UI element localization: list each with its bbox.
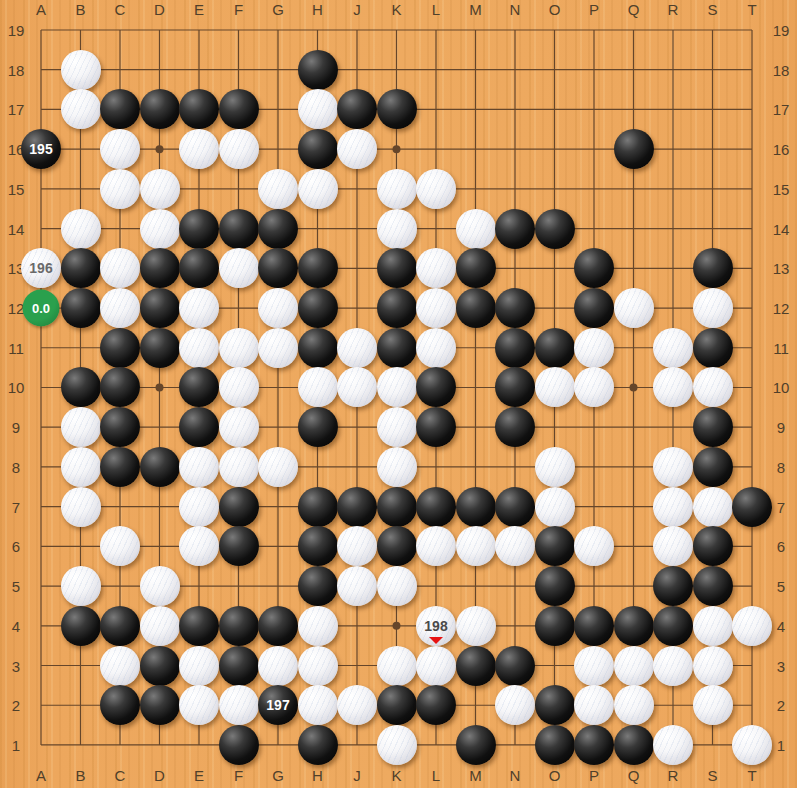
stone-white-M4 [456,606,496,646]
stone-black-S8 [693,447,733,487]
stone-black-O2 [535,685,575,725]
row-label-right-8: 8 [777,459,785,474]
stone-white-G15 [258,169,298,209]
stone-white-J11 [337,328,377,368]
col-label-top-M: M [469,2,482,17]
stone-white-N2 [495,685,535,725]
stone-white-S2 [693,685,733,725]
stone-white-H2 [298,685,338,725]
stone-black-H6 [298,526,338,566]
stone-black-S6 [693,526,733,566]
row-label-right-12: 12 [773,301,790,316]
stone-white-N6 [495,526,535,566]
stone-black-C17 [100,89,140,129]
stone-black-E9 [179,407,219,447]
stone-white-M14 [456,209,496,249]
stone-black-P12 [574,288,614,328]
stone-white-B14 [61,209,101,249]
row-label-left-19: 19 [8,23,25,38]
row-label-left-9: 9 [12,420,20,435]
stone-black-E13 [179,248,219,288]
stone-white-R8 [653,447,693,487]
stone-black-F4 [219,606,259,646]
row-label-right-2: 2 [777,698,785,713]
col-label-bottom-N: N [510,768,521,783]
stone-white-H15 [298,169,338,209]
stone-black-P13 [574,248,614,288]
col-label-bottom-S: S [707,768,717,783]
move-number-197: 197 [266,698,289,712]
col-label-bottom-T: T [747,768,756,783]
row-label-left-6: 6 [12,539,20,554]
row-label-right-17: 17 [773,102,790,117]
stone-white-R3 [653,646,693,686]
stone-white-C6 [100,526,140,566]
col-label-top-S: S [707,2,717,17]
stone-black-N3 [495,646,535,686]
stone-black-D2 [140,685,180,725]
stone-black-M13 [456,248,496,288]
stone-black-L2 [416,685,456,725]
row-label-right-11: 11 [773,340,789,355]
stone-black-S9 [693,407,733,447]
col-label-bottom-R: R [668,768,679,783]
stone-white-C3 [100,646,140,686]
stone-black-O11 [535,328,575,368]
stone-black-R4 [653,606,693,646]
stone-white-B8 [61,447,101,487]
stone-black-O6 [535,526,575,566]
stone-black-E10 [179,367,219,407]
stone-white-P11 [574,328,614,368]
stone-white-J10 [337,367,377,407]
stone-black-J17 [337,89,377,129]
stone-white-H17 [298,89,338,129]
stone-black-M7 [456,487,496,527]
stone-black-C9 [100,407,140,447]
stone-white-K15 [377,169,417,209]
stone-black-H7 [298,487,338,527]
move-number-195: 195 [29,142,52,156]
col-label-top-Q: Q [628,2,640,17]
stone-black-K13 [377,248,417,288]
stone-black-Q4 [614,606,654,646]
row-label-right-19: 19 [773,23,790,38]
stone-white-R1 [653,725,693,765]
stone-black-H9 [298,407,338,447]
stone-white-E8 [179,447,219,487]
col-label-top-P: P [589,2,599,17]
row-label-right-5: 5 [777,579,785,594]
stone-white-J5 [337,566,377,606]
stone-white-T4 [732,606,772,646]
stone-black-K11 [377,328,417,368]
col-label-top-L: L [432,2,440,17]
stone-black-P1 [574,725,614,765]
stone-white-D15 [140,169,180,209]
stone-white-J16 [337,129,377,169]
stone-black-K2 [377,685,417,725]
stone-black-L7 [416,487,456,527]
stone-black-B10 [61,367,101,407]
stone-black-O5 [535,566,575,606]
stone-white-H3 [298,646,338,686]
col-label-top-O: O [549,2,561,17]
move-number-196: 196 [29,261,52,275]
col-label-bottom-B: B [75,768,85,783]
stone-white-D4 [140,606,180,646]
stone-black-D11 [140,328,180,368]
stone-black-D13 [140,248,180,288]
stone-black-R5 [653,566,693,606]
score-badge-A12: 0.0 [23,290,60,327]
stone-black-D8 [140,447,180,487]
stone-white-E11 [179,328,219,368]
stone-white-F16 [219,129,259,169]
stone-white-E7 [179,487,219,527]
stone-white-D5 [140,566,180,606]
row-label-right-3: 3 [777,658,785,673]
col-label-top-J: J [353,2,361,17]
stone-black-G2: 197 [258,685,298,725]
stone-white-P3 [574,646,614,686]
stone-white-S4 [693,606,733,646]
stone-white-K8 [377,447,417,487]
col-label-bottom-G: G [272,768,284,783]
row-label-right-9: 9 [777,420,785,435]
stone-white-S12 [693,288,733,328]
col-label-bottom-C: C [115,768,126,783]
stone-black-B13 [61,248,101,288]
stone-black-L10 [416,367,456,407]
stone-white-Q3 [614,646,654,686]
stone-white-K10 [377,367,417,407]
col-label-bottom-J: J [353,768,361,783]
stone-white-M6 [456,526,496,566]
col-label-top-C: C [115,2,126,17]
stone-white-K1 [377,725,417,765]
stone-black-H5 [298,566,338,606]
stone-white-R11 [653,328,693,368]
stone-white-L12 [416,288,456,328]
stone-black-N11 [495,328,535,368]
row-label-right-18: 18 [773,62,790,77]
stone-white-P10 [574,367,614,407]
col-label-bottom-D: D [154,768,165,783]
stone-white-S7 [693,487,733,527]
stone-black-E17 [179,89,219,129]
stone-black-H16 [298,129,338,169]
stone-black-G14 [258,209,298,249]
stone-white-L6 [416,526,456,566]
stone-black-H13 [298,248,338,288]
stone-white-S10 [693,367,733,407]
col-label-top-B: B [75,2,85,17]
stone-black-K17 [377,89,417,129]
row-label-left-1: 1 [12,737,20,752]
stone-black-G13 [258,248,298,288]
stone-black-M3 [456,646,496,686]
row-label-left-18: 18 [8,62,25,77]
col-label-bottom-H: H [312,768,323,783]
stone-white-B5 [61,566,101,606]
stone-black-T7 [732,487,772,527]
stone-white-E6 [179,526,219,566]
stone-white-H4 [298,606,338,646]
stone-black-P4 [574,606,614,646]
row-label-left-3: 3 [12,658,20,673]
stone-black-C11 [100,328,140,368]
stone-black-O14 [535,209,575,249]
stone-white-Q2 [614,685,654,725]
stone-black-G4 [258,606,298,646]
stone-white-K3 [377,646,417,686]
stone-white-A13: 196 [21,248,61,288]
stone-white-H10 [298,367,338,407]
stone-white-D14 [140,209,180,249]
stone-black-L9 [416,407,456,447]
stone-black-B12 [61,288,101,328]
col-label-bottom-F: F [234,768,243,783]
goban[interactable]: AABBCCDDEEFFGGHHJJKKLLMMNNOOPPQQRRSSTT19… [0,0,797,788]
stone-black-O4 [535,606,575,646]
stone-white-B18 [61,50,101,90]
stone-white-S3 [693,646,733,686]
stone-black-K6 [377,526,417,566]
stone-black-F14 [219,209,259,249]
stone-black-F3 [219,646,259,686]
move-number-198: 198 [424,619,447,633]
stone-black-O1 [535,725,575,765]
row-label-left-2: 2 [12,698,20,713]
stone-black-N7 [495,487,535,527]
row-label-left-8: 8 [12,459,20,474]
stone-white-B17 [61,89,101,129]
col-label-bottom-E: E [194,768,204,783]
stone-white-B7 [61,487,101,527]
stone-white-L11 [416,328,456,368]
row-label-right-6: 6 [777,539,785,554]
stone-white-C15 [100,169,140,209]
stone-white-K14 [377,209,417,249]
col-label-bottom-O: O [549,768,561,783]
stone-white-L15 [416,169,456,209]
row-label-right-10: 10 [773,380,790,395]
stone-black-E14 [179,209,219,249]
stone-white-O8 [535,447,575,487]
col-label-top-D: D [154,2,165,17]
stone-black-F1 [219,725,259,765]
stone-white-P2 [574,685,614,725]
stone-black-H11 [298,328,338,368]
stone-white-J2 [337,685,377,725]
stone-white-C12 [100,288,140,328]
row-label-left-14: 14 [8,221,25,236]
col-label-bottom-K: K [391,768,401,783]
col-label-top-E: E [194,2,204,17]
stone-black-A16: 195 [21,129,61,169]
stone-black-B4 [61,606,101,646]
stone-black-N9 [495,407,535,447]
stone-black-H18 [298,50,338,90]
stone-white-C13 [100,248,140,288]
col-label-top-R: R [668,2,679,17]
row-label-left-5: 5 [12,579,20,594]
stone-black-D17 [140,89,180,129]
stone-white-F11 [219,328,259,368]
stone-black-K7 [377,487,417,527]
stone-black-D3 [140,646,180,686]
stone-white-K9 [377,407,417,447]
stone-white-F13 [219,248,259,288]
col-label-top-G: G [272,2,284,17]
col-label-top-A: A [36,2,46,17]
col-label-top-F: F [234,2,243,17]
last-move-triangle-icon [429,637,443,644]
stone-black-M12 [456,288,496,328]
stone-white-B9 [61,407,101,447]
stone-white-F8 [219,447,259,487]
stone-black-H12 [298,288,338,328]
row-label-right-16: 16 [773,142,790,157]
stone-black-H1 [298,725,338,765]
stone-black-E4 [179,606,219,646]
stone-black-C4 [100,606,140,646]
stone-black-S11 [693,328,733,368]
row-label-left-10: 10 [8,380,25,395]
stone-black-C10 [100,367,140,407]
col-label-top-K: K [391,2,401,17]
stone-black-F6 [219,526,259,566]
row-label-right-7: 7 [777,499,785,514]
stone-black-N12 [495,288,535,328]
stone-black-D12 [140,288,180,328]
stone-black-S5 [693,566,733,606]
stone-white-C16 [100,129,140,169]
stone-black-F17 [219,89,259,129]
stone-black-J7 [337,487,377,527]
stone-white-E2 [179,685,219,725]
stone-white-G3 [258,646,298,686]
stone-white-L3 [416,646,456,686]
stone-white-L13 [416,248,456,288]
col-label-bottom-A: A [36,768,46,783]
stone-white-P6 [574,526,614,566]
col-label-top-T: T [747,2,756,17]
stone-black-F7 [219,487,259,527]
stone-black-C2 [100,685,140,725]
stone-white-G11 [258,328,298,368]
row-label-left-11: 11 [8,340,24,355]
stone-white-F10 [219,367,259,407]
stone-black-S13 [693,248,733,288]
row-label-right-13: 13 [773,261,790,276]
stone-white-J6 [337,526,377,566]
col-label-top-H: H [312,2,323,17]
stone-white-R10 [653,367,693,407]
col-label-bottom-P: P [589,768,599,783]
stone-white-E12 [179,288,219,328]
stone-white-F9 [219,407,259,447]
stone-white-G12 [258,288,298,328]
stone-white-R6 [653,526,693,566]
stone-white-R7 [653,487,693,527]
stone-black-Q1 [614,725,654,765]
col-label-bottom-M: M [469,768,482,783]
stone-white-F2 [219,685,259,725]
col-label-bottom-L: L [432,768,440,783]
stone-black-K12 [377,288,417,328]
stone-black-N14 [495,209,535,249]
stone-white-G8 [258,447,298,487]
col-label-bottom-Q: Q [628,768,640,783]
stone-white-E16 [179,129,219,169]
stone-black-M1 [456,725,496,765]
row-label-left-17: 17 [8,102,25,117]
stone-white-K5 [377,566,417,606]
row-label-left-15: 15 [8,181,25,196]
stone-black-N10 [495,367,535,407]
stone-white-E3 [179,646,219,686]
row-label-left-7: 7 [12,499,20,514]
stone-white-O10 [535,367,575,407]
row-label-right-14: 14 [773,221,790,236]
col-label-top-N: N [510,2,521,17]
stone-black-Q16 [614,129,654,169]
stone-white-T1 [732,725,772,765]
stone-white-L4: 198 [416,606,456,646]
row-label-left-4: 4 [12,618,20,633]
stone-black-C8 [100,447,140,487]
row-label-right-4: 4 [777,618,785,633]
stone-white-Q12 [614,288,654,328]
row-label-right-15: 15 [773,181,790,196]
row-label-right-1: 1 [777,737,785,752]
stone-white-O7 [535,487,575,527]
